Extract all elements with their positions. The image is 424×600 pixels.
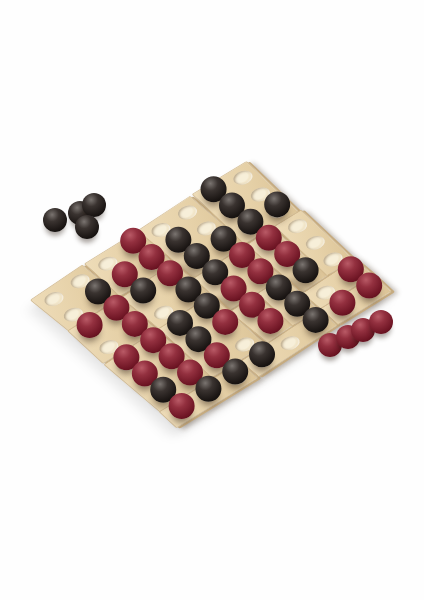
black-marble[interactable] — [249, 341, 275, 367]
black-marble[interactable] — [264, 191, 290, 217]
reserve-black-marble[interactable] — [75, 215, 99, 239]
reserve-red-marble[interactable] — [369, 310, 393, 334]
socket[interactable] — [284, 216, 310, 236]
product-photo-kulami — [0, 0, 424, 600]
reserve-black-marble[interactable] — [82, 193, 106, 217]
socket[interactable] — [230, 168, 256, 188]
kulami-board — [30, 161, 392, 428]
socket[interactable] — [41, 289, 68, 309]
socket[interactable] — [302, 233, 328, 253]
black-marble[interactable] — [293, 257, 319, 283]
reserve-black-marble[interactable] — [43, 208, 67, 232]
red-marble[interactable] — [356, 272, 382, 298]
socket[interactable] — [277, 333, 304, 353]
socket[interactable] — [174, 203, 201, 223]
reserve-black-marble[interactable] — [68, 201, 92, 225]
